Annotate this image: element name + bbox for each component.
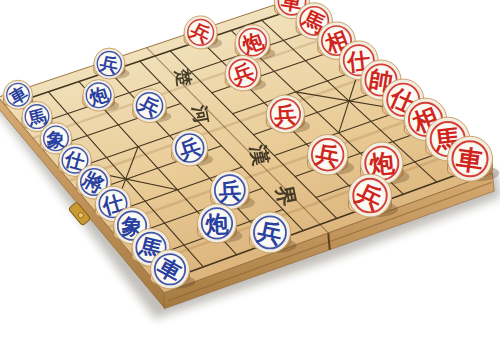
xiangqi-product-photo: 楚河漢界車馬兵相炮仕兵兵帥車炮仕兵兵馬相象馬兵兵仕車炮將兵兵仕炮象兵馬車 xyxy=(0,0,500,338)
piece-char-chariot: 車 xyxy=(454,142,486,177)
piece-char-soldier: 兵 xyxy=(272,101,297,129)
piece-char-soldier: 兵 xyxy=(217,177,242,204)
xiangqi-board-scene: 楚河漢界車馬兵相炮仕兵兵帥車炮仕兵兵馬相象馬兵兵仕車炮將兵兵仕炮象兵馬車 xyxy=(0,0,500,338)
piece-char-cannon: 炮 xyxy=(204,211,230,238)
river-inscription-char: 河 xyxy=(189,103,213,125)
piece-char-elephant: 象 xyxy=(46,129,66,150)
